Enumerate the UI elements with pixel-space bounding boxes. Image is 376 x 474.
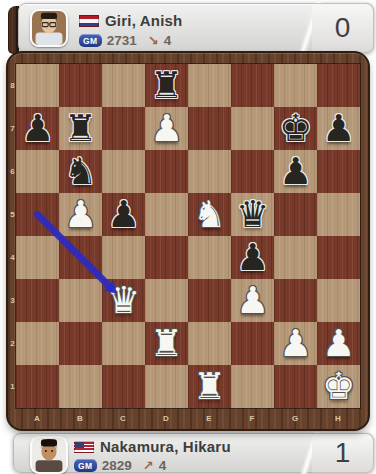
square-e6[interactable] [188,150,231,193]
avatar-photo-nakamura [32,438,66,472]
square-e8[interactable] [188,64,231,107]
file-label-f: F [231,410,274,427]
square-d6[interactable] [145,150,188,193]
square-f6[interactable] [231,150,274,193]
chess-board-frame: 87654321 ♜♟♜♟♚♟♞♟♟♟♞♛♟♛♟♜♟♟♜♚ ABCDEFGH [8,53,368,429]
square-a8[interactable] [16,64,59,107]
square-f7[interactable] [231,107,274,150]
file-label-h: H [317,410,360,427]
square-d1[interactable] [145,365,188,408]
square-c4[interactable] [102,236,145,279]
black-pawn[interactable]: ♟ [231,236,274,279]
square-a7[interactable]: ♟ [16,107,59,150]
square-b4[interactable] [59,236,102,279]
chess-board[interactable]: ♜♟♜♟♚♟♞♟♟♟♞♛♟♛♟♜♟♟♜♚ [16,64,360,408]
square-h5[interactable] [317,193,360,236]
white-pawn[interactable]: ♟ [317,322,360,365]
score-top: 0 [335,12,351,44]
square-a1[interactable] [16,365,59,408]
black-pawn[interactable]: ♟ [274,150,317,193]
square-c8[interactable] [102,64,145,107]
square-h8[interactable] [317,64,360,107]
square-g5[interactable] [274,193,317,236]
square-c1[interactable] [102,365,145,408]
square-a4[interactable] [16,236,59,279]
gm-title-badge: GM [79,34,102,47]
player-name-bottom: Nakamura, Hikaru [100,438,231,455]
square-g3[interactable] [274,279,317,322]
square-b5[interactable]: ♟ [59,193,102,236]
square-h7[interactable]: ♟ [317,107,360,150]
white-queen[interactable]: ♛ [102,279,145,322]
avatar-photo-giri [32,11,66,45]
player-bar-top[interactable]: Giri, Anish GM 2731 ↘ 4 0 [18,3,374,53]
file-labels: ABCDEFGH [16,410,360,427]
square-e5[interactable]: ♞ [188,193,231,236]
file-label-g: G [274,410,317,427]
flag-usa-icon [74,441,94,453]
square-f8[interactable] [231,64,274,107]
square-g4[interactable] [274,236,317,279]
square-g8[interactable] [274,64,317,107]
white-king[interactable]: ♚ [317,365,360,408]
square-e4[interactable] [188,236,231,279]
player-info-bottom: Nakamura, Hikaru GM 2829 ↗ 4 [74,434,303,472]
square-f2[interactable] [231,322,274,365]
chess-broadcast-widget: Giri, Anish GM 2731 ↘ 4 0 87654321 ♜♟♜♟♚… [0,0,376,474]
square-c7[interactable] [102,107,145,150]
square-b2[interactable] [59,322,102,365]
square-a6[interactable] [16,150,59,193]
square-d5[interactable] [145,193,188,236]
white-rook[interactable]: ♜ [145,322,188,365]
black-pawn[interactable]: ♟ [16,107,59,150]
player-bar-bottom[interactable]: Nakamura, Hikaru GM 2829 ↗ 4 1 [13,433,374,473]
black-pawn[interactable]: ♟ [102,193,145,236]
square-b3[interactable] [59,279,102,322]
player-name-top: Giri, Anish [105,12,183,29]
square-f1[interactable] [231,365,274,408]
flag-netherlands-icon [79,15,99,27]
square-a2[interactable] [16,322,59,365]
square-h4[interactable] [317,236,360,279]
score-zone-bottom: 1 [312,433,374,473]
square-g6[interactable]: ♟ [274,150,317,193]
square-c6[interactable] [102,150,145,193]
file-label-e: E [188,410,231,427]
square-e7[interactable] [188,107,231,150]
square-h1[interactable]: ♚ [317,365,360,408]
black-king[interactable]: ♚ [274,107,317,150]
square-h3[interactable] [317,279,360,322]
score-bottom: 1 [335,437,351,469]
square-e2[interactable] [188,322,231,365]
white-pawn[interactable]: ♟ [274,322,317,365]
player-avatar-bottom [30,436,68,474]
black-queen[interactable]: ♛ [231,193,274,236]
black-knight[interactable]: ♞ [59,150,102,193]
square-b7[interactable]: ♜ [59,107,102,150]
white-rook[interactable]: ♜ [188,365,231,408]
white-pawn[interactable]: ♟ [145,107,188,150]
square-c2[interactable] [102,322,145,365]
square-d4[interactable] [145,236,188,279]
square-b6[interactable]: ♞ [59,150,102,193]
square-c3[interactable]: ♛ [102,279,145,322]
white-knight[interactable]: ♞ [188,193,231,236]
square-f4[interactable]: ♟ [231,236,274,279]
file-label-d: D [145,410,188,427]
square-e1[interactable]: ♜ [188,365,231,408]
black-rook[interactable]: ♜ [145,64,188,107]
gm-title-badge: GM [74,459,97,472]
square-a5[interactable] [16,193,59,236]
white-pawn[interactable]: ♟ [59,193,102,236]
square-g2[interactable]: ♟ [274,322,317,365]
rating-down-arrow-icon: ↘ [148,33,159,48]
square-b8[interactable] [59,64,102,107]
player-info-top: Giri, Anish GM 2731 ↘ 4 [79,4,303,52]
black-rook[interactable]: ♜ [59,107,102,150]
file-label-a: A [16,410,59,427]
file-label-c: C [102,410,145,427]
square-a3[interactable] [16,279,59,322]
score-zone-top: 0 [312,3,374,53]
player-avatar-top [30,9,68,47]
rating-change-top: 4 [164,33,172,48]
square-c5[interactable]: ♟ [102,193,145,236]
square-e3[interactable] [188,279,231,322]
player-rating-bottom: 2829 [102,458,132,473]
player-rating-top: 2731 [107,33,137,48]
square-d2[interactable]: ♜ [145,322,188,365]
square-h6[interactable] [317,150,360,193]
square-g7[interactable]: ♚ [274,107,317,150]
white-pawn[interactable]: ♟ [231,279,274,322]
square-d8[interactable]: ♜ [145,64,188,107]
square-b1[interactable] [59,365,102,408]
square-f5[interactable]: ♛ [231,193,274,236]
square-f3[interactable]: ♟ [231,279,274,322]
square-h2[interactable]: ♟ [317,322,360,365]
rating-up-arrow-icon: ↗ [143,458,154,473]
file-label-b: B [59,410,102,427]
square-d3[interactable] [145,279,188,322]
rating-change-bottom: 4 [159,458,167,473]
black-pawn[interactable]: ♟ [317,107,360,150]
square-g1[interactable] [274,365,317,408]
square-d7[interactable]: ♟ [145,107,188,150]
